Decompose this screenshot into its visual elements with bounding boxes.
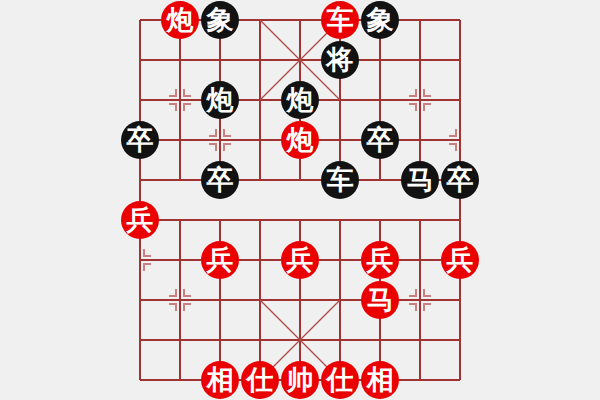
piece-black-cannon[interactable]: 炮 [281,81,319,119]
piece-black-soldier[interactable]: 卒 [441,161,479,199]
piece-black-soldier[interactable]: 卒 [361,121,399,159]
piece-red-cannon[interactable]: 炮 [281,121,319,159]
piece-black-elephant[interactable]: 象 [201,1,239,39]
piece-red-soldier[interactable]: 兵 [281,241,319,279]
piece-black-chariot[interactable]: 车 [321,161,359,199]
piece-red-soldier[interactable]: 兵 [201,241,239,279]
pieces-grid: 炮象车象将炮炮卒炮卒卒车马卒兵兵兵兵兵马相仕帅仕相 [120,0,480,400]
piece-red-soldier[interactable]: 兵 [121,201,159,239]
piece-red-general[interactable]: 帅 [281,361,319,399]
piece-red-advisor[interactable]: 仕 [321,361,359,399]
xiangqi-board: 炮象车象将炮炮卒炮卒卒车马卒兵兵兵兵兵马相仕帅仕相 [0,0,600,400]
piece-black-cannon[interactable]: 炮 [201,81,239,119]
piece-red-elephant[interactable]: 相 [361,361,399,399]
piece-red-elephant[interactable]: 相 [201,361,239,399]
piece-black-general[interactable]: 将 [321,41,359,79]
piece-red-soldier[interactable]: 兵 [441,241,479,279]
piece-red-advisor[interactable]: 仕 [241,361,279,399]
piece-black-soldier[interactable]: 卒 [201,161,239,199]
piece-red-chariot[interactable]: 车 [321,1,359,39]
piece-black-soldier[interactable]: 卒 [121,121,159,159]
piece-black-horse[interactable]: 马 [401,161,439,199]
piece-red-cannon[interactable]: 炮 [161,1,199,39]
piece-red-horse[interactable]: 马 [361,281,399,319]
piece-black-elephant[interactable]: 象 [361,1,399,39]
piece-red-soldier[interactable]: 兵 [361,241,399,279]
